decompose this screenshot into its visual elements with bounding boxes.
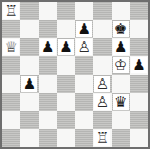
square-f5[interactable] [93, 56, 111, 74]
square-f6[interactable] [93, 38, 111, 56]
square-c1[interactable] [39, 129, 57, 147]
square-g3[interactable]: ♛ [112, 93, 130, 111]
square-c5[interactable] [39, 56, 57, 74]
square-c6[interactable]: ♟ [39, 38, 57, 56]
square-b3[interactable] [20, 93, 38, 111]
chess-board: ♖♟♚♕♟♟♙♟♔♟♟♙♙♛♖ [2, 2, 148, 147]
square-a1[interactable] [2, 129, 20, 147]
square-f7[interactable] [93, 20, 111, 38]
square-g2[interactable] [112, 111, 130, 129]
square-b6[interactable] [20, 38, 38, 56]
square-d2[interactable] [57, 111, 75, 129]
square-h2[interactable] [130, 111, 148, 129]
square-h7[interactable] [130, 20, 148, 38]
square-g8[interactable] [112, 2, 130, 20]
square-e1[interactable] [75, 129, 93, 147]
piece-black-king: ♚ [113, 21, 129, 37]
piece-white-rook: ♖ [94, 130, 110, 146]
square-a5[interactable] [2, 56, 20, 74]
square-e6[interactable]: ♙ [75, 38, 93, 56]
square-h3[interactable] [130, 93, 148, 111]
square-e3[interactable] [75, 93, 93, 111]
piece-white-queen: ♕ [3, 39, 19, 55]
square-f3[interactable]: ♙ [93, 93, 111, 111]
square-c7[interactable] [39, 20, 57, 38]
square-g6[interactable]: ♟ [112, 38, 130, 56]
piece-black-pawn: ♟ [58, 39, 74, 55]
square-d5[interactable] [57, 56, 75, 74]
square-d8[interactable] [57, 2, 75, 20]
square-b8[interactable] [20, 2, 38, 20]
square-d3[interactable] [57, 93, 75, 111]
square-c8[interactable] [39, 2, 57, 20]
piece-white-king: ♔ [113, 57, 129, 73]
square-g7[interactable]: ♚ [112, 20, 130, 38]
square-d4[interactable] [57, 75, 75, 93]
square-a2[interactable] [2, 111, 20, 129]
square-c3[interactable] [39, 93, 57, 111]
piece-black-pawn: ♟ [40, 39, 56, 55]
square-d1[interactable] [57, 129, 75, 147]
piece-white-pawn: ♙ [94, 94, 110, 110]
piece-black-pawn: ♟ [113, 39, 129, 55]
square-a8[interactable]: ♖ [2, 2, 20, 20]
square-e7[interactable]: ♟ [75, 20, 93, 38]
square-e2[interactable] [75, 111, 93, 129]
square-a3[interactable] [2, 93, 20, 111]
piece-white-rook: ♖ [3, 3, 19, 19]
piece-black-pawn: ♟ [131, 57, 147, 73]
square-b4[interactable]: ♟ [20, 75, 38, 93]
piece-black-pawn: ♟ [76, 21, 92, 37]
square-h4[interactable] [130, 75, 148, 93]
square-g1[interactable] [112, 129, 130, 147]
piece-black-pawn: ♟ [21, 76, 37, 92]
square-h1[interactable] [130, 129, 148, 147]
square-f4[interactable]: ♙ [93, 75, 111, 93]
square-a6[interactable]: ♕ [2, 38, 20, 56]
square-b1[interactable] [20, 129, 38, 147]
square-b5[interactable] [20, 56, 38, 74]
square-b7[interactable] [20, 20, 38, 38]
square-h5[interactable]: ♟ [130, 56, 148, 74]
square-e5[interactable] [75, 56, 93, 74]
square-g5[interactable]: ♔ [112, 56, 130, 74]
square-d7[interactable] [57, 20, 75, 38]
chess-board-frame: ♖♟♚♕♟♟♙♟♔♟♟♙♙♛♖ [0, 0, 150, 149]
square-a4[interactable] [2, 75, 20, 93]
square-f2[interactable] [93, 111, 111, 129]
piece-white-pawn: ♙ [94, 76, 110, 92]
square-e4[interactable] [75, 75, 93, 93]
square-g4[interactable] [112, 75, 130, 93]
square-c2[interactable] [39, 111, 57, 129]
piece-black-queen: ♛ [113, 94, 129, 110]
square-c4[interactable] [39, 75, 57, 93]
square-d6[interactable]: ♟ [57, 38, 75, 56]
square-f1[interactable]: ♖ [93, 129, 111, 147]
square-h6[interactable] [130, 38, 148, 56]
piece-white-pawn: ♙ [76, 39, 92, 55]
square-b2[interactable] [20, 111, 38, 129]
square-h8[interactable] [130, 2, 148, 20]
square-e8[interactable] [75, 2, 93, 20]
square-f8[interactable] [93, 2, 111, 20]
square-a7[interactable] [2, 20, 20, 38]
